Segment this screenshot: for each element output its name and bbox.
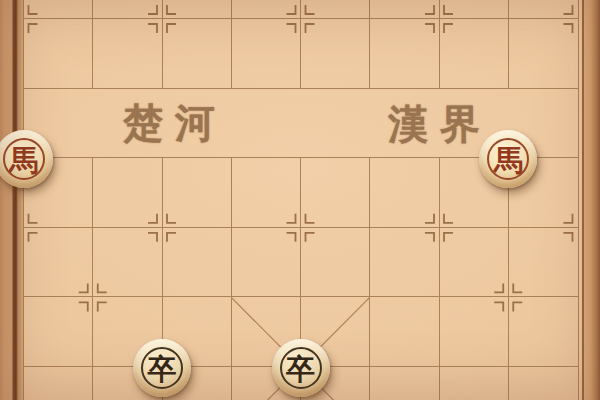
board-cell[interactable] <box>24 228 93 297</box>
piece-character: 馬 <box>9 146 38 175</box>
board-cell[interactable] <box>93 0 162 19</box>
river-label-han: 漢界 <box>388 103 492 145</box>
board-frame-left <box>0 0 23 400</box>
board-cell[interactable] <box>509 0 578 19</box>
board-cell[interactable] <box>440 228 509 297</box>
board-frame-right <box>582 0 600 400</box>
board-cell[interactable] <box>440 19 509 89</box>
board-cell[interactable] <box>232 89 301 158</box>
board-cell[interactable] <box>301 158 370 228</box>
piece-character: 卒 <box>148 355 177 384</box>
board-cell[interactable] <box>232 19 301 89</box>
board-cell[interactable] <box>24 0 93 19</box>
board-cell[interactable] <box>509 297 578 367</box>
board-cell[interactable] <box>232 0 301 19</box>
board-cell[interactable] <box>370 367 439 400</box>
board-cell[interactable] <box>24 19 93 89</box>
board-cell[interactable] <box>509 19 578 89</box>
river-label-chu: 楚河 <box>123 102 227 144</box>
board-cell[interactable] <box>370 158 439 228</box>
board-cell[interactable] <box>93 228 162 297</box>
board-cell[interactable] <box>509 367 578 400</box>
board-cell[interactable] <box>370 19 439 89</box>
board-cell[interactable] <box>301 19 370 89</box>
board-cell[interactable] <box>93 158 162 228</box>
board-cell[interactable] <box>232 158 301 228</box>
board-cell[interactable] <box>440 367 509 400</box>
board-cell[interactable] <box>163 228 232 297</box>
piece-black-soldier[interactable]: 卒 <box>133 339 191 397</box>
board-cell[interactable] <box>163 19 232 89</box>
board-cell[interactable] <box>370 0 439 19</box>
board-cell[interactable] <box>24 367 93 400</box>
board-cell[interactable] <box>440 0 509 19</box>
board-cell[interactable] <box>370 297 439 367</box>
piece-black-soldier[interactable]: 卒 <box>272 339 330 397</box>
piece-character: 卒 <box>286 355 315 384</box>
board-cell[interactable] <box>440 297 509 367</box>
board-cell[interactable] <box>232 228 301 297</box>
board-cell[interactable] <box>301 89 370 158</box>
piece-character: 馬 <box>494 146 523 175</box>
board-cell[interactable] <box>163 0 232 19</box>
board-cell[interactable] <box>24 297 93 367</box>
xiangqi-board: 楚河 漢界 馬馬卒卒 <box>0 0 600 400</box>
board-cell[interactable] <box>301 0 370 19</box>
board-cell[interactable] <box>93 19 162 89</box>
board-cell[interactable] <box>370 228 439 297</box>
board-cell[interactable] <box>163 158 232 228</box>
board-cell[interactable] <box>509 228 578 297</box>
board-cell[interactable] <box>301 228 370 297</box>
